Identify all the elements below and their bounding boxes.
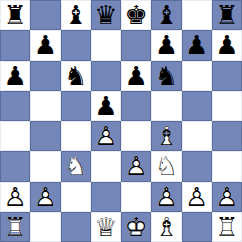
piece-white-knight[interactable]: ♞♘ (151, 151, 181, 181)
square-f4[interactable]: ♝♗ (151, 121, 181, 151)
square-c3[interactable]: ♞♘ (61, 151, 91, 181)
square-f6[interactable]: ♞ (151, 61, 181, 91)
square-g8[interactable] (182, 0, 212, 30)
piece-outline-layer: ♙ (182, 182, 212, 212)
piece-outline-layer: ♗ (151, 121, 181, 151)
piece-outline-layer: ♖ (0, 212, 30, 242)
piece-outline-layer: ♘ (151, 151, 181, 181)
square-h3[interactable] (212, 151, 242, 181)
square-d4[interactable]: ♟♙ (91, 121, 121, 151)
square-c8[interactable]: ♝ (61, 0, 91, 30)
square-c1[interactable] (61, 212, 91, 242)
square-h1[interactable]: ♜♖ (212, 212, 242, 242)
square-b2[interactable]: ♟♙ (30, 182, 60, 212)
square-b7[interactable]: ♟ (30, 30, 60, 60)
square-g5[interactable] (182, 91, 212, 121)
square-b4[interactable] (30, 121, 60, 151)
square-d2[interactable] (91, 182, 121, 212)
square-d3[interactable] (91, 151, 121, 181)
square-g3[interactable] (182, 151, 212, 181)
piece-white-rook[interactable]: ♜♖ (0, 212, 30, 242)
square-e2[interactable] (121, 182, 151, 212)
piece-outline-layer: ♙ (91, 121, 121, 151)
piece-white-bishop[interactable]: ♝♗ (151, 121, 181, 151)
piece-outline-layer: ♙ (212, 182, 242, 212)
piece-black-knight[interactable]: ♞ (61, 61, 91, 91)
piece-black-pawn[interactable]: ♟ (121, 61, 151, 91)
piece-white-pawn[interactable]: ♟♙ (121, 151, 151, 181)
piece-white-pawn[interactable]: ♟♙ (212, 182, 242, 212)
square-a3[interactable] (0, 151, 30, 181)
square-f3[interactable]: ♞♘ (151, 151, 181, 181)
piece-black-rook[interactable]: ♜ (212, 0, 242, 30)
piece-outline-layer: ♙ (121, 151, 151, 181)
square-a4[interactable] (0, 121, 30, 151)
square-a2[interactable]: ♟♙ (0, 182, 30, 212)
square-a5[interactable] (0, 91, 30, 121)
square-h6[interactable] (212, 61, 242, 91)
square-f5[interactable] (151, 91, 181, 121)
piece-black-bishop[interactable]: ♝ (61, 0, 91, 30)
square-a7[interactable] (0, 30, 30, 60)
square-c7[interactable] (61, 30, 91, 60)
square-b8[interactable] (30, 0, 60, 30)
square-g7[interactable]: ♟ (182, 30, 212, 60)
square-g1[interactable] (182, 212, 212, 242)
piece-white-pawn[interactable]: ♟♙ (91, 121, 121, 151)
piece-white-queen[interactable]: ♛♕ (91, 212, 121, 242)
square-h8[interactable]: ♜ (212, 0, 242, 30)
square-b5[interactable] (30, 91, 60, 121)
piece-white-knight[interactable]: ♞♘ (61, 151, 91, 181)
square-a6[interactable]: ♟ (0, 61, 30, 91)
square-h4[interactable] (212, 121, 242, 151)
square-d6[interactable] (91, 61, 121, 91)
piece-white-pawn[interactable]: ♟♙ (182, 182, 212, 212)
square-d8[interactable]: ♛ (91, 0, 121, 30)
piece-black-queen[interactable]: ♛ (91, 0, 121, 30)
piece-white-pawn[interactable]: ♟♙ (30, 182, 60, 212)
square-f1[interactable]: ♝♗ (151, 212, 181, 242)
piece-black-knight[interactable]: ♞ (151, 61, 181, 91)
square-e4[interactable] (121, 121, 151, 151)
piece-outline-layer: ♙ (151, 182, 181, 212)
square-d5[interactable]: ♟ (91, 91, 121, 121)
piece-outline-layer: ♗ (151, 212, 181, 242)
square-h7[interactable]: ♟ (212, 30, 242, 60)
square-e5[interactable] (121, 91, 151, 121)
square-a8[interactable]: ♜ (0, 0, 30, 30)
square-e3[interactable]: ♟♙ (121, 151, 151, 181)
piece-outline-layer: ♘ (61, 151, 91, 181)
square-g2[interactable]: ♟♙ (182, 182, 212, 212)
piece-white-king[interactable]: ♚♔ (121, 212, 151, 242)
piece-black-pawn[interactable]: ♟ (212, 30, 242, 60)
piece-black-pawn[interactable]: ♟ (0, 61, 30, 91)
piece-white-pawn[interactable]: ♟♙ (151, 182, 181, 212)
piece-outline-layer: ♔ (121, 212, 151, 242)
square-d1[interactable]: ♛♕ (91, 212, 121, 242)
piece-black-pawn[interactable]: ♟ (151, 30, 181, 60)
square-b1[interactable] (30, 212, 60, 242)
piece-black-rook[interactable]: ♜ (0, 0, 30, 30)
square-b3[interactable] (30, 151, 60, 181)
square-h2[interactable]: ♟♙ (212, 182, 242, 212)
square-d7[interactable] (91, 30, 121, 60)
square-g6[interactable] (182, 61, 212, 91)
square-c6[interactable]: ♞ (61, 61, 91, 91)
square-g4[interactable] (182, 121, 212, 151)
square-f7[interactable]: ♟ (151, 30, 181, 60)
square-e1[interactable]: ♚♔ (121, 212, 151, 242)
square-c2[interactable] (61, 182, 91, 212)
square-f2[interactable]: ♟♙ (151, 182, 181, 212)
square-e6[interactable]: ♟ (121, 61, 151, 91)
piece-black-pawn[interactable]: ♟ (91, 91, 121, 121)
square-e7[interactable] (121, 30, 151, 60)
square-a1[interactable]: ♜♖ (0, 212, 30, 242)
piece-outline-layer: ♖ (212, 212, 242, 242)
square-f8[interactable]: ♝ (151, 0, 181, 30)
square-h5[interactable] (212, 91, 242, 121)
piece-black-pawn[interactable]: ♟ (182, 30, 212, 60)
piece-outline-layer: ♙ (30, 182, 60, 212)
square-c4[interactable] (61, 121, 91, 151)
piece-outline-layer: ♕ (91, 212, 121, 242)
square-b6[interactable] (30, 61, 60, 91)
piece-white-bishop[interactable]: ♝♗ (151, 212, 181, 242)
piece-black-pawn[interactable]: ♟ (30, 30, 60, 60)
piece-outline-layer: ♙ (0, 182, 30, 212)
square-e8[interactable]: ♚ (121, 0, 151, 30)
square-c5[interactable] (61, 91, 91, 121)
piece-white-rook[interactable]: ♜♖ (212, 212, 242, 242)
piece-black-bishop[interactable]: ♝ (151, 0, 181, 30)
piece-black-king[interactable]: ♚ (121, 0, 151, 30)
chess-board: ♜♝♛♚♝♜♟♟♟♟♟♞♟♞♟♟♙♝♗♞♘♟♙♞♘♟♙♟♙♟♙♟♙♟♙♜♖♛♕♚… (0, 0, 242, 242)
piece-white-pawn[interactable]: ♟♙ (0, 182, 30, 212)
